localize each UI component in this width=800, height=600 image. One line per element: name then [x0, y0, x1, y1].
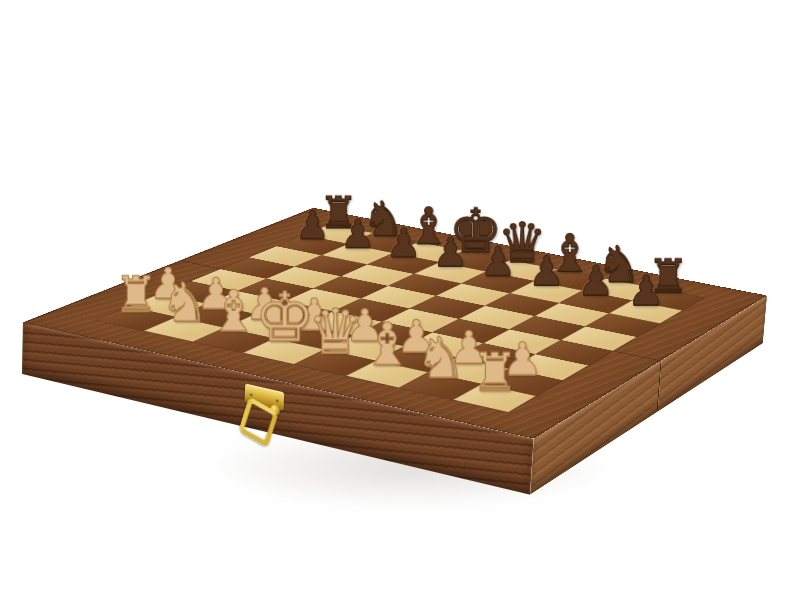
- piece-black-rook-h8: ♜: [641, 252, 695, 299]
- piece-black-rook-a8: ♜: [313, 190, 364, 234]
- piece-black-queen-e8: ♛: [496, 215, 549, 270]
- product-photo-scene: ♜♞♝♚♛♝♞♜♟♟♟♟♟♟♟♟♟♟♟♟♟♟♟♟♜♞♝♚♛♝♞♜: [0, 0, 800, 600]
- piece-black-knight-g8: ♞: [592, 239, 646, 289]
- latch-screw: [249, 392, 253, 397]
- page-background: ♜♞♝♚♛♝♞♜♟♟♟♟♟♟♟♟♟♟♟♟♟♟♟♟♜♞♝♚♛♝♞♜: [0, 0, 800, 600]
- piece-black-knight-b8: ♞: [357, 195, 409, 243]
- latch-screw: [275, 398, 279, 403]
- piece-white-pawn-f2: ♟: [387, 315, 446, 360]
- fold-seam-top-right: [613, 351, 659, 361]
- fold-seam-side: [657, 360, 662, 412]
- piece-black-bishop-c8: ♝: [403, 202, 455, 252]
- folding-chess-box: ♜♞♝♚♛♝♞♜♟♟♟♟♟♟♟♟♟♟♟♟♟♟♟♟♜♞♝♚♛♝♞♜: [23, 208, 767, 439]
- fold-seam-top-left: [181, 261, 221, 270]
- brass-latch: [242, 381, 288, 437]
- piece-black-bishop-f8: ♝: [543, 228, 597, 280]
